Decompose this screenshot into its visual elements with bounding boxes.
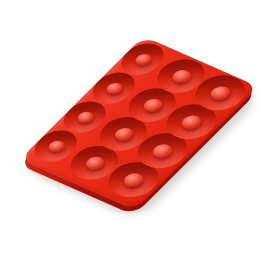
- cup-center-dome: [178, 113, 206, 132]
- cup-center-dome: [140, 97, 166, 115]
- cup-center-dome: [74, 110, 97, 125]
- cup-center-dome: [111, 126, 137, 144]
- product-photo: [0, 0, 263, 263]
- cup-center-dome: [103, 81, 126, 96]
- cup-center-dome: [120, 171, 148, 190]
- cup-center-dome: [82, 155, 108, 173]
- cup-center-dome: [207, 84, 235, 103]
- cup-center-dome: [132, 52, 155, 67]
- cup-center-dome: [45, 139, 68, 154]
- cup-center-dome: [169, 68, 195, 86]
- cup-center-dome: [149, 142, 177, 161]
